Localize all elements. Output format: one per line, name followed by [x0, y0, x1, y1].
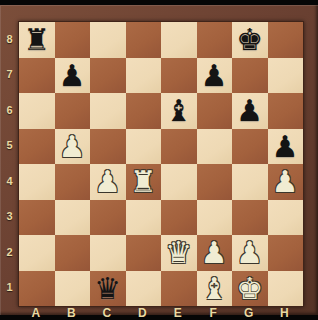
- file-label-d: D: [125, 306, 161, 320]
- square-f1: ♝: [197, 271, 233, 307]
- square-e7: [161, 58, 197, 94]
- square-c7: [90, 58, 126, 94]
- rank-label-6: 6: [1, 92, 18, 128]
- square-a4: [19, 164, 55, 200]
- white-king-g1: ♚: [236, 271, 263, 306]
- square-g7: [232, 58, 268, 94]
- square-h8: [268, 22, 304, 58]
- white-bishop-f1: ♝: [201, 271, 228, 306]
- file-label-h: H: [267, 306, 303, 320]
- black-rook-a8: ♜: [23, 22, 50, 57]
- square-c1: ♛: [90, 271, 126, 307]
- square-f8: [197, 22, 233, 58]
- white-pawn-h4: ♟: [272, 164, 299, 199]
- rank-label-4: 4: [1, 163, 18, 199]
- black-pawn-g6: ♟: [236, 93, 263, 128]
- square-b1: [55, 271, 91, 307]
- square-f2: ♟: [197, 235, 233, 271]
- square-f3: [197, 200, 233, 236]
- rank-label-3: 3: [1, 199, 18, 235]
- file-label-a: A: [18, 306, 54, 320]
- square-e1: [161, 271, 197, 307]
- square-h6: [268, 93, 304, 129]
- square-e3: [161, 200, 197, 236]
- board: ♜♚♟♟♝♟♟♟♟♜♟♛♟♟♛♝♚: [18, 21, 304, 307]
- square-b8: [55, 22, 91, 58]
- square-b3: [55, 200, 91, 236]
- square-c6: [90, 93, 126, 129]
- square-g4: [232, 164, 268, 200]
- square-h2: [268, 235, 304, 271]
- black-queen-c1: ♛: [94, 271, 121, 306]
- rank-label-8: 8: [1, 21, 18, 57]
- square-e8: [161, 22, 197, 58]
- white-queen-e2: ♛: [165, 235, 192, 270]
- chess-diagram: { "game": "chess", "position": { "fen": …: [0, 0, 318, 320]
- file-label-f: F: [196, 306, 232, 320]
- black-king-g8: ♚: [236, 22, 263, 57]
- square-h3: [268, 200, 304, 236]
- white-pawn-f2: ♟: [201, 235, 228, 270]
- rank-label-1: 1: [1, 270, 18, 306]
- square-b6: [55, 93, 91, 129]
- file-label-e: E: [160, 306, 196, 320]
- square-h5: ♟: [268, 129, 304, 165]
- square-c5: [90, 129, 126, 165]
- square-d8: [126, 22, 162, 58]
- square-c3: [90, 200, 126, 236]
- white-rook-d4: ♜: [130, 164, 157, 199]
- square-b7: ♟: [55, 58, 91, 94]
- square-e5: [161, 129, 197, 165]
- square-b2: [55, 235, 91, 271]
- square-c4: ♟: [90, 164, 126, 200]
- square-d4: ♜: [126, 164, 162, 200]
- square-g6: ♟: [232, 93, 268, 129]
- square-d6: [126, 93, 162, 129]
- square-d7: [126, 58, 162, 94]
- black-pawn-b7: ♟: [59, 58, 86, 93]
- square-e6: ♝: [161, 93, 197, 129]
- square-f6: [197, 93, 233, 129]
- square-g1: ♚: [232, 271, 268, 307]
- square-g2: ♟: [232, 235, 268, 271]
- black-bishop-e6: ♝: [165, 93, 192, 128]
- square-d5: [126, 129, 162, 165]
- rank-label-5: 5: [1, 128, 18, 164]
- square-d2: [126, 235, 162, 271]
- black-pawn-h5: ♟: [272, 129, 299, 164]
- black-pawn-f7: ♟: [201, 58, 228, 93]
- square-b5: ♟: [55, 129, 91, 165]
- rank-labels: 87654321: [1, 21, 18, 305]
- square-c2: [90, 235, 126, 271]
- rank-label-7: 7: [1, 57, 18, 93]
- file-label-g: G: [231, 306, 267, 320]
- square-e2: ♛: [161, 235, 197, 271]
- square-b4: [55, 164, 91, 200]
- square-h4: ♟: [268, 164, 304, 200]
- square-d3: [126, 200, 162, 236]
- square-f5: [197, 129, 233, 165]
- square-a8: ♜: [19, 22, 55, 58]
- square-g5: [232, 129, 268, 165]
- file-label-c: C: [89, 306, 125, 320]
- square-g3: [232, 200, 268, 236]
- square-a3: [19, 200, 55, 236]
- white-pawn-b5: ♟: [59, 129, 86, 164]
- square-c8: [90, 22, 126, 58]
- rank-label-2: 2: [1, 234, 18, 270]
- white-pawn-c4: ♟: [94, 164, 121, 199]
- square-a7: [19, 58, 55, 94]
- file-labels: ABCDEFGH: [18, 306, 302, 318]
- square-a6: [19, 93, 55, 129]
- square-e4: [161, 164, 197, 200]
- square-h1: [268, 271, 304, 307]
- square-a2: [19, 235, 55, 271]
- square-d1: [126, 271, 162, 307]
- square-f4: [197, 164, 233, 200]
- square-g8: ♚: [232, 22, 268, 58]
- file-label-b: B: [54, 306, 90, 320]
- square-a5: [19, 129, 55, 165]
- white-pawn-g2: ♟: [236, 235, 263, 270]
- square-f7: ♟: [197, 58, 233, 94]
- square-h7: [268, 58, 304, 94]
- square-a1: [19, 271, 55, 307]
